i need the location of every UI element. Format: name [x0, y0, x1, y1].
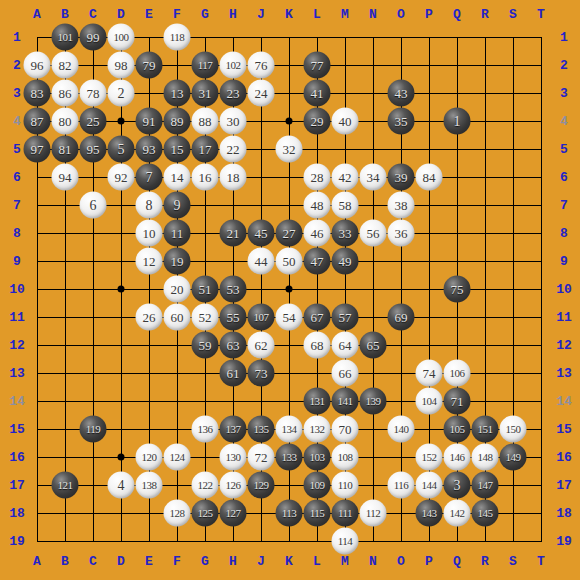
- move-number: 138: [142, 480, 157, 491]
- stone-A5: 97: [24, 136, 51, 163]
- stone-G11: 52: [192, 304, 219, 331]
- move-number: 51: [199, 283, 212, 296]
- bottom-col-label-R: R: [481, 554, 489, 569]
- move-number: 141: [338, 396, 353, 407]
- move-number: 76: [255, 59, 268, 72]
- move-number: 33: [339, 227, 352, 240]
- left-row-label-3: 3: [13, 86, 21, 101]
- move-number: 7: [146, 170, 153, 184]
- stone-D3: 2: [108, 80, 135, 107]
- move-number: 44: [255, 255, 268, 268]
- stone-O7: 38: [388, 192, 415, 219]
- move-number: 126: [226, 480, 241, 491]
- stone-K18: 113: [276, 500, 303, 527]
- left-row-label-12: 12: [9, 338, 25, 353]
- stone-P17: 144: [416, 472, 443, 499]
- move-number: 128: [170, 508, 185, 519]
- move-number: 54: [283, 311, 296, 324]
- right-row-label-17: 17: [556, 478, 572, 493]
- move-number: 47: [311, 255, 324, 268]
- move-number: 122: [198, 480, 213, 491]
- move-number: 46: [311, 227, 324, 240]
- star-point-K4: [286, 118, 293, 125]
- left-row-label-5: 5: [13, 142, 21, 157]
- stone-G10: 51: [192, 276, 219, 303]
- stone-H16: 130: [220, 444, 247, 471]
- top-col-label-A: A: [33, 7, 41, 22]
- move-number: 18: [227, 171, 240, 184]
- move-number: 140: [394, 424, 409, 435]
- move-number: 1: [454, 114, 461, 128]
- move-number: 143: [422, 508, 437, 519]
- stone-Q4: 1: [444, 108, 471, 135]
- move-number: 15: [171, 143, 184, 156]
- left-row-label-18: 18: [9, 506, 25, 521]
- right-row-label-3: 3: [560, 86, 568, 101]
- bottom-col-label-N: N: [369, 554, 377, 569]
- stone-Q18: 142: [444, 500, 471, 527]
- move-number: 115: [310, 508, 325, 519]
- left-row-label-13: 13: [9, 366, 25, 381]
- right-row-label-4: 4: [560, 114, 568, 129]
- left-row-label-4: 4: [13, 114, 21, 129]
- move-number: 106: [450, 368, 465, 379]
- stone-L8: 46: [304, 220, 331, 247]
- stone-G18: 125: [192, 500, 219, 527]
- stone-E5: 93: [136, 136, 163, 163]
- stone-F7: 9: [164, 192, 191, 219]
- bottom-col-label-L: L: [313, 554, 321, 569]
- move-number: 45: [255, 227, 268, 240]
- go-board-screen: AABBCCDDEEFFGGHHJJKKLLMMNNOOPPQQRRSSTT11…: [0, 0, 580, 580]
- top-col-label-G: G: [201, 7, 209, 22]
- stone-O17: 116: [388, 472, 415, 499]
- stone-G12: 59: [192, 332, 219, 359]
- stone-B3: 86: [52, 80, 79, 107]
- move-number: 100: [114, 32, 129, 43]
- stone-M6: 42: [332, 164, 359, 191]
- stone-L11: 67: [304, 304, 331, 331]
- top-col-label-E: E: [145, 7, 153, 22]
- stone-E4: 91: [136, 108, 163, 135]
- stone-J13: 73: [248, 360, 275, 387]
- bottom-col-label-D: D: [117, 554, 125, 569]
- move-number: 69: [395, 311, 408, 324]
- move-number: 17: [199, 143, 212, 156]
- move-number: 49: [339, 255, 352, 268]
- move-number: 147: [478, 480, 493, 491]
- move-number: 2: [118, 86, 125, 100]
- move-number: 52: [199, 311, 212, 324]
- move-number: 96: [31, 59, 44, 72]
- move-number: 84: [423, 171, 436, 184]
- move-number: 92: [115, 171, 128, 184]
- move-number: 41: [311, 87, 324, 100]
- stone-R16: 148: [472, 444, 499, 471]
- move-number: 99: [87, 31, 100, 44]
- stone-M12: 64: [332, 332, 359, 359]
- stone-J8: 45: [248, 220, 275, 247]
- right-row-label-7: 7: [560, 198, 568, 213]
- left-row-label-11: 11: [9, 310, 25, 325]
- bottom-col-label-F: F: [173, 554, 181, 569]
- stone-D6: 92: [108, 164, 135, 191]
- move-number: 26: [143, 311, 156, 324]
- move-number: 40: [339, 115, 352, 128]
- stone-F8: 11: [164, 220, 191, 247]
- move-number: 34: [367, 171, 380, 184]
- top-col-label-T: T: [537, 7, 545, 22]
- stone-K11: 54: [276, 304, 303, 331]
- stone-L15: 132: [304, 416, 331, 443]
- stone-O15: 140: [388, 416, 415, 443]
- stone-B4: 80: [52, 108, 79, 135]
- stone-E16: 120: [136, 444, 163, 471]
- move-number: 74: [423, 367, 436, 380]
- bottom-col-label-O: O: [397, 554, 405, 569]
- stone-H13: 61: [220, 360, 247, 387]
- stone-P14: 104: [416, 388, 443, 415]
- move-number: 109: [310, 480, 325, 491]
- stone-G17: 122: [192, 472, 219, 499]
- go-board[interactable]: AABBCCDDEEFFGGHHJJKKLLMMNNOOPPQQRRSSTT11…: [0, 0, 580, 580]
- stone-R17: 147: [472, 472, 499, 499]
- move-number: 107: [254, 312, 269, 323]
- move-number: 38: [395, 199, 408, 212]
- move-number: 42: [339, 171, 352, 184]
- stone-S15: 150: [500, 416, 527, 443]
- left-row-label-19: 19: [9, 534, 25, 549]
- stone-O11: 69: [388, 304, 415, 331]
- top-col-label-S: S: [509, 7, 517, 22]
- stone-E17: 138: [136, 472, 163, 499]
- star-point-D10: [118, 286, 125, 293]
- star-point-D16: [118, 454, 125, 461]
- stone-H5: 22: [220, 136, 247, 163]
- move-number: 130: [226, 452, 241, 463]
- stone-M19: 114: [332, 528, 359, 555]
- stone-N12: 65: [360, 332, 387, 359]
- stone-M14: 141: [332, 388, 359, 415]
- move-number: 77: [311, 59, 324, 72]
- right-row-label-12: 12: [556, 338, 572, 353]
- move-number: 121: [58, 480, 73, 491]
- stone-B1: 101: [52, 24, 79, 51]
- top-col-label-N: N: [369, 7, 377, 22]
- move-number: 139: [366, 396, 381, 407]
- move-number: 108: [338, 452, 353, 463]
- stone-J12: 62: [248, 332, 275, 359]
- move-number: 5: [118, 142, 125, 156]
- move-number: 56: [367, 227, 380, 240]
- move-number: 4: [118, 478, 125, 492]
- bottom-col-label-P: P: [425, 554, 433, 569]
- bottom-col-label-G: G: [201, 554, 209, 569]
- stone-P18: 143: [416, 500, 443, 527]
- move-number: 149: [506, 452, 521, 463]
- stone-L4: 29: [304, 108, 331, 135]
- stone-D17: 4: [108, 472, 135, 499]
- stone-N8: 56: [360, 220, 387, 247]
- top-col-label-P: P: [425, 7, 433, 22]
- move-number: 60: [171, 311, 184, 324]
- move-number: 55: [227, 311, 240, 324]
- stone-Q10: 75: [444, 276, 471, 303]
- move-number: 48: [311, 199, 324, 212]
- move-number: 11: [171, 227, 184, 240]
- stone-L7: 48: [304, 192, 331, 219]
- move-number: 71: [451, 395, 464, 408]
- move-number: 127: [226, 508, 241, 519]
- stone-B17: 121: [52, 472, 79, 499]
- move-number: 28: [311, 171, 324, 184]
- stone-F9: 19: [164, 248, 191, 275]
- right-row-label-6: 6: [560, 170, 568, 185]
- move-number: 120: [142, 452, 157, 463]
- stone-F3: 13: [164, 80, 191, 107]
- right-row-label-8: 8: [560, 226, 568, 241]
- stone-L2: 77: [304, 52, 331, 79]
- stone-M8: 33: [332, 220, 359, 247]
- left-row-label-16: 16: [9, 450, 25, 465]
- move-number: 98: [115, 59, 128, 72]
- stone-Q17: 3: [444, 472, 471, 499]
- move-number: 151: [478, 424, 493, 435]
- move-number: 97: [31, 143, 44, 156]
- right-row-label-14: 14: [556, 394, 572, 409]
- stone-N14: 139: [360, 388, 387, 415]
- stone-C3: 78: [80, 80, 107, 107]
- star-point-K10: [286, 286, 293, 293]
- top-col-label-J: J: [257, 7, 265, 22]
- top-col-label-O: O: [397, 7, 405, 22]
- right-row-label-2: 2: [560, 58, 568, 73]
- stone-M9: 49: [332, 248, 359, 275]
- top-col-label-F: F: [173, 7, 181, 22]
- stone-J16: 72: [248, 444, 275, 471]
- move-number: 30: [227, 115, 240, 128]
- stone-A2: 96: [24, 52, 51, 79]
- stone-H6: 18: [220, 164, 247, 191]
- bottom-col-label-Q: Q: [453, 554, 461, 569]
- move-number: 35: [395, 115, 408, 128]
- move-number: 112: [366, 508, 381, 519]
- star-point-D4: [118, 118, 125, 125]
- stone-E8: 10: [136, 220, 163, 247]
- stone-C15: 119: [80, 416, 107, 443]
- move-number: 20: [171, 283, 184, 296]
- move-number: 3: [454, 478, 461, 492]
- left-row-label-14: 14: [9, 394, 25, 409]
- move-number: 110: [338, 480, 353, 491]
- move-number: 91: [143, 115, 156, 128]
- stone-E6: 7: [136, 164, 163, 191]
- right-row-label-13: 13: [556, 366, 572, 381]
- move-number: 75: [451, 283, 464, 296]
- move-number: 27: [283, 227, 296, 240]
- move-number: 39: [395, 171, 408, 184]
- stone-E2: 79: [136, 52, 163, 79]
- move-number: 61: [227, 367, 240, 380]
- stone-G4: 88: [192, 108, 219, 135]
- move-number: 59: [199, 339, 212, 352]
- stone-F1: 118: [164, 24, 191, 51]
- stone-G3: 31: [192, 80, 219, 107]
- move-number: 73: [255, 367, 268, 380]
- move-number: 104: [422, 396, 437, 407]
- move-number: 64: [339, 339, 352, 352]
- stone-M7: 58: [332, 192, 359, 219]
- move-number: 9: [174, 198, 181, 212]
- stone-J15: 135: [248, 416, 275, 443]
- stone-K5: 32: [276, 136, 303, 163]
- top-col-label-C: C: [89, 7, 97, 22]
- top-col-label-Q: Q: [453, 7, 461, 22]
- move-number: 78: [87, 87, 100, 100]
- bottom-col-label-T: T: [537, 554, 545, 569]
- right-row-label-16: 16: [556, 450, 572, 465]
- left-row-label-17: 17: [9, 478, 25, 493]
- move-number: 8: [146, 198, 153, 212]
- move-number: 152: [422, 452, 437, 463]
- stone-H12: 63: [220, 332, 247, 359]
- stone-E9: 12: [136, 248, 163, 275]
- move-number: 146: [450, 452, 465, 463]
- stone-R18: 145: [472, 500, 499, 527]
- move-number: 114: [338, 536, 353, 547]
- move-number: 103: [310, 452, 325, 463]
- move-number: 131: [310, 396, 325, 407]
- stone-F4: 89: [164, 108, 191, 135]
- move-number: 136: [198, 424, 213, 435]
- bottom-col-label-H: H: [229, 554, 237, 569]
- stone-C7: 6: [80, 192, 107, 219]
- move-number: 36: [395, 227, 408, 240]
- move-number: 22: [227, 143, 240, 156]
- stone-F6: 14: [164, 164, 191, 191]
- left-row-label-2: 2: [13, 58, 21, 73]
- move-number: 16: [199, 171, 212, 184]
- stone-K8: 27: [276, 220, 303, 247]
- stone-J11: 107: [248, 304, 275, 331]
- move-number: 57: [339, 311, 352, 324]
- move-number: 144: [422, 480, 437, 491]
- stone-H4: 30: [220, 108, 247, 135]
- stone-M11: 57: [332, 304, 359, 331]
- stone-O8: 36: [388, 220, 415, 247]
- left-row-label-7: 7: [13, 198, 21, 213]
- move-number: 119: [86, 424, 101, 435]
- stone-M16: 108: [332, 444, 359, 471]
- stone-H18: 127: [220, 500, 247, 527]
- move-number: 118: [170, 32, 185, 43]
- top-col-label-R: R: [481, 7, 489, 22]
- move-number: 137: [226, 424, 241, 435]
- stone-P13: 74: [416, 360, 443, 387]
- stone-H10: 53: [220, 276, 247, 303]
- stone-Q15: 105: [444, 416, 471, 443]
- stone-G5: 17: [192, 136, 219, 163]
- left-row-label-8: 8: [13, 226, 21, 241]
- stone-H3: 23: [220, 80, 247, 107]
- stone-M17: 110: [332, 472, 359, 499]
- move-number: 25: [87, 115, 100, 128]
- stone-P6: 84: [416, 164, 443, 191]
- stone-P16: 152: [416, 444, 443, 471]
- stone-H2: 102: [220, 52, 247, 79]
- move-number: 150: [506, 424, 521, 435]
- right-row-label-19: 19: [556, 534, 572, 549]
- move-number: 116: [394, 480, 409, 491]
- stone-J9: 44: [248, 248, 275, 275]
- bottom-col-label-K: K: [285, 554, 293, 569]
- move-number: 65: [367, 339, 380, 352]
- stone-M15: 70: [332, 416, 359, 443]
- stone-J3: 24: [248, 80, 275, 107]
- stone-N6: 34: [360, 164, 387, 191]
- move-number: 129: [254, 480, 269, 491]
- move-number: 72: [255, 451, 268, 464]
- bottom-col-label-J: J: [257, 554, 265, 569]
- left-row-label-10: 10: [9, 282, 25, 297]
- stone-N18: 112: [360, 500, 387, 527]
- move-number: 58: [339, 199, 352, 212]
- stone-B2: 82: [52, 52, 79, 79]
- stone-L14: 131: [304, 388, 331, 415]
- move-number: 89: [171, 115, 184, 128]
- stone-Q16: 146: [444, 444, 471, 471]
- move-number: 124: [170, 452, 185, 463]
- move-number: 83: [31, 87, 44, 100]
- stone-F16: 124: [164, 444, 191, 471]
- move-number: 125: [198, 508, 213, 519]
- stone-H17: 126: [220, 472, 247, 499]
- move-number: 79: [143, 59, 156, 72]
- stone-F5: 15: [164, 136, 191, 163]
- bottom-col-label-M: M: [341, 554, 349, 569]
- move-number: 50: [283, 255, 296, 268]
- stone-L16: 103: [304, 444, 331, 471]
- move-number: 80: [59, 115, 72, 128]
- move-number: 111: [338, 508, 352, 519]
- move-number: 6: [90, 198, 97, 212]
- stone-G2: 117: [192, 52, 219, 79]
- stone-H11: 55: [220, 304, 247, 331]
- bottom-col-label-A: A: [33, 554, 41, 569]
- bottom-col-label-C: C: [89, 554, 97, 569]
- right-row-label-9: 9: [560, 254, 568, 269]
- stone-A4: 87: [24, 108, 51, 135]
- stone-G6: 16: [192, 164, 219, 191]
- stone-F18: 128: [164, 500, 191, 527]
- stone-Q13: 106: [444, 360, 471, 387]
- bottom-col-label-E: E: [145, 554, 153, 569]
- move-number: 134: [282, 424, 297, 435]
- right-row-label-18: 18: [556, 506, 572, 521]
- stone-O4: 35: [388, 108, 415, 135]
- stone-M4: 40: [332, 108, 359, 135]
- stone-D1: 100: [108, 24, 135, 51]
- stone-D5: 5: [108, 136, 135, 163]
- stone-L17: 109: [304, 472, 331, 499]
- stone-S16: 149: [500, 444, 527, 471]
- move-number: 81: [59, 143, 72, 156]
- move-number: 93: [143, 143, 156, 156]
- stone-L6: 28: [304, 164, 331, 191]
- stone-F11: 60: [164, 304, 191, 331]
- stone-G15: 136: [192, 416, 219, 443]
- top-col-label-D: D: [117, 7, 125, 22]
